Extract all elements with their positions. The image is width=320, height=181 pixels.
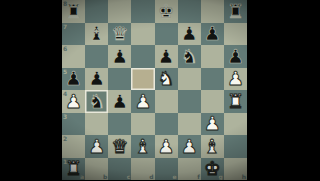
square-c1[interactable]: c	[108, 158, 131, 181]
square-e6[interactable]: ♟	[155, 45, 178, 68]
black-king-e8[interactable]: ♚	[155, 0, 178, 23]
square-a8[interactable]: 8♜	[62, 0, 85, 23]
letterbox-right	[247, 0, 320, 180]
square-h7[interactable]	[224, 23, 247, 46]
white-pawn-b2[interactable]: ♟	[85, 135, 108, 158]
square-b8[interactable]	[85, 0, 108, 23]
file-label-h: h	[242, 173, 246, 180]
black-pawn-e6[interactable]: ♟	[155, 45, 178, 68]
file-label-f: f	[197, 173, 200, 180]
square-c2[interactable]: ♛	[108, 135, 131, 158]
square-g4[interactable]	[201, 90, 224, 113]
square-b2[interactable]: ♟	[85, 135, 108, 158]
square-e2[interactable]: ♟	[155, 135, 178, 158]
square-e1[interactable]: e	[155, 158, 178, 181]
square-d4[interactable]: ♟	[131, 90, 154, 113]
square-d1[interactable]: d	[131, 158, 154, 181]
square-b1[interactable]: b	[85, 158, 108, 181]
square-g6[interactable]	[201, 45, 224, 68]
square-b3[interactable]	[85, 113, 108, 136]
white-pawn-a4[interactable]: ♟	[62, 90, 85, 113]
square-f5[interactable]	[178, 68, 201, 91]
black-bishop-b7[interactable]: ♝	[85, 23, 108, 46]
square-d3[interactable]	[131, 113, 154, 136]
white-pawn-d4[interactable]: ♟	[131, 90, 154, 113]
white-pawn-h5[interactable]: ♟	[224, 68, 247, 91]
white-pawn-f2[interactable]: ♟	[178, 135, 201, 158]
square-b5[interactable]: ♟	[85, 68, 108, 91]
white-queen-c2[interactable]: ♛	[108, 135, 131, 158]
black-pawn-b5[interactable]: ♟	[85, 68, 108, 91]
file-label-b: b	[103, 173, 107, 180]
square-c3[interactable]	[108, 113, 131, 136]
square-g8[interactable]	[201, 0, 224, 23]
square-h8[interactable]: ♜	[224, 0, 247, 23]
rank-label-3: 3	[63, 113, 67, 120]
white-knight-e5[interactable]: ♞	[155, 68, 178, 91]
square-h3[interactable]	[224, 113, 247, 136]
square-c4[interactable]: ♟	[108, 90, 131, 113]
square-c5[interactable]	[108, 68, 131, 91]
square-g3[interactable]: ♟	[201, 113, 224, 136]
square-b4[interactable]: ♞	[85, 90, 108, 113]
square-f7[interactable]: ♟	[178, 23, 201, 46]
black-pawn-h6[interactable]: ♟	[224, 45, 247, 68]
black-pawn-c6[interactable]: ♟	[108, 45, 131, 68]
rank-label-6: 6	[63, 45, 67, 52]
square-f3[interactable]	[178, 113, 201, 136]
square-e8[interactable]: ♚	[155, 0, 178, 23]
white-king-g1[interactable]: ♚	[201, 158, 224, 181]
white-bishop-g2[interactable]: ♝	[201, 135, 224, 158]
file-label-e: e	[173, 173, 177, 180]
square-c7[interactable]: ♛	[108, 23, 131, 46]
square-d7[interactable]	[131, 23, 154, 46]
square-a5[interactable]: 5♟	[62, 68, 85, 91]
rank-label-2: 2	[63, 135, 67, 142]
square-h4[interactable]: ♜	[224, 90, 247, 113]
square-d6[interactable]	[131, 45, 154, 68]
chess-board: 8♜♚♜7♝♛♟♟6♟♟♞♟5♟♟♞♟4♟♞♟♟♜3♟2♟♛♝♟♟♝1a♜bcd…	[62, 0, 247, 180]
white-rook-h4[interactable]: ♜	[224, 90, 247, 113]
square-e4[interactable]	[155, 90, 178, 113]
square-f1[interactable]: f	[178, 158, 201, 181]
square-g2[interactable]: ♝	[201, 135, 224, 158]
letterbox-left	[0, 0, 62, 180]
square-a2[interactable]: 2	[62, 135, 85, 158]
file-label-c: c	[127, 173, 131, 180]
black-pawn-a5[interactable]: ♟	[62, 68, 85, 91]
square-a4[interactable]: 4♟	[62, 90, 85, 113]
square-c8[interactable]	[108, 0, 131, 23]
file-label-d: d	[149, 173, 153, 180]
square-b6[interactable]	[85, 45, 108, 68]
square-a6[interactable]: 6	[62, 45, 85, 68]
black-pawn-c4[interactable]: ♟	[108, 90, 131, 113]
white-rook-a1[interactable]: ♜	[62, 158, 85, 181]
square-g1[interactable]: g♚	[201, 158, 224, 181]
square-a3[interactable]: 3	[62, 113, 85, 136]
black-knight-b4[interactable]: ♞	[85, 90, 108, 113]
square-h1[interactable]: h	[224, 158, 247, 181]
black-rook-h8[interactable]: ♜	[224, 0, 247, 23]
square-e7[interactable]	[155, 23, 178, 46]
square-b7[interactable]: ♝	[85, 23, 108, 46]
square-e3[interactable]	[155, 113, 178, 136]
square-a7[interactable]: 7	[62, 23, 85, 46]
square-f2[interactable]: ♟	[178, 135, 201, 158]
square-h6[interactable]: ♟	[224, 45, 247, 68]
black-rook-a8[interactable]: ♜	[62, 0, 85, 23]
square-f8[interactable]	[178, 0, 201, 23]
square-e5[interactable]: ♞	[155, 68, 178, 91]
square-d5[interactable]	[131, 68, 154, 91]
white-bishop-d2[interactable]: ♝	[131, 135, 154, 158]
black-pawn-f7[interactable]: ♟	[178, 23, 201, 46]
square-h2[interactable]	[224, 135, 247, 158]
square-f4[interactable]	[178, 90, 201, 113]
square-f6[interactable]: ♞	[178, 45, 201, 68]
square-d2[interactable]: ♝	[131, 135, 154, 158]
square-c6[interactable]: ♟	[108, 45, 131, 68]
white-pawn-g3[interactable]: ♟	[201, 113, 224, 136]
black-knight-f6[interactable]: ♞	[178, 45, 201, 68]
black-pawn-g7[interactable]: ♟	[201, 23, 224, 46]
square-a1[interactable]: 1a♜	[62, 158, 85, 181]
rank-label-7: 7	[63, 23, 67, 30]
square-d8[interactable]	[131, 0, 154, 23]
white-pawn-e2[interactable]: ♟	[155, 135, 178, 158]
square-g5[interactable]	[201, 68, 224, 91]
square-h5[interactable]: ♟	[224, 68, 247, 91]
black-queen-c7[interactable]: ♛	[108, 23, 131, 46]
square-g7[interactable]: ♟	[201, 23, 224, 46]
